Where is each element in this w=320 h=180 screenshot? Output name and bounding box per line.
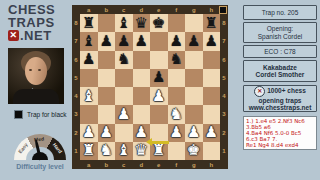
square-d8[interactable]: ♛ [133,14,151,32]
square-a8[interactable]: ♜ [80,14,98,32]
file-label-c: c [115,160,133,169]
rank-label-3: 3 [220,105,228,123]
square-c4[interactable] [115,87,133,105]
square-h3[interactable] [203,105,221,123]
file-labels-top: abcdefgh [80,5,220,14]
square-e1[interactable]: ♜ [150,142,168,160]
square-a6[interactable]: ♟ [80,51,98,69]
rank-label-7: 7 [220,32,228,50]
rank-label-5: 5 [72,69,80,87]
rank-label-3: 3 [72,105,80,123]
photo-eye [29,69,32,71]
square-h8[interactable]: ♜ [203,14,221,32]
white-piece-P: ♟ [117,107,130,122]
black-piece-Q: ♛ [135,16,148,31]
move-line: Re1 Ng4 8.d4 exd4 9.cxd4 Nxd4 [246,142,314,150]
promo-line-1: 1000+ chess [267,87,306,95]
white-piece-P: ♟ [170,125,183,140]
file-label-a: a [80,5,98,14]
square-g4[interactable] [185,87,203,105]
square-d6[interactable] [133,51,151,69]
trap-name-line-2: Cordel Smother [244,71,316,79]
square-g8[interactable] [185,14,203,32]
file-label-f: f [168,5,186,14]
rank-label-1: 1 [72,142,80,160]
black-piece-P: ♟ [117,34,130,49]
opening-name: Spanish Cordel [244,33,316,41]
file-label-b: b [98,160,116,169]
x-box-icon: ✕ [8,30,19,41]
black-piece-R: ♜ [205,16,218,31]
square-b8[interactable] [98,14,116,32]
file-label-a: a [80,160,98,169]
white-piece-P: ♟ [205,125,218,140]
white-piece-P: ♟ [82,125,95,140]
square-d7[interactable]: ♟ [133,32,151,50]
trap-number-box: Trap no. 205 [243,5,317,20]
trap-name-line-1: Kakabadze [244,64,316,72]
presenter-photo [8,48,64,104]
file-label-f: f [168,160,186,169]
opening-box: Opening: Spanish Cordel [243,22,317,43]
white-piece-P: ♟ [100,125,113,140]
file-label-e: e [150,5,168,14]
difficulty-gauge: Easy Med Hard [14,134,66,160]
rank-label-8: 8 [72,14,80,32]
file-label-h: h [203,5,221,14]
square-h2[interactable]: ♟ [203,124,221,142]
black-piece-B: ♝ [117,16,130,31]
square-f6[interactable]: ♞ [168,51,186,69]
square-e4[interactable]: ♟ [150,87,168,105]
file-labels-bottom: abcdefgh [80,160,220,169]
square-h6[interactable] [203,51,221,69]
black-square-icon [14,110,23,119]
rank-label-1: 1 [220,142,228,160]
file-label-c: c [115,5,133,14]
rank-labels-left: 87654321 [72,14,80,160]
file-label-e: e [150,160,168,169]
chesstraps-badge-icon: ✕ [254,86,265,97]
rank-label-5: 5 [220,69,228,87]
last-move-arrow [152,141,169,144]
square-d3[interactable] [133,105,151,123]
file-label-d: d [133,160,151,169]
square-g3[interactable] [185,105,203,123]
logo-line-3: ✕ .NET [8,29,55,42]
photo-jacket [13,89,59,104]
square-d4[interactable] [133,87,151,105]
square-a4[interactable]: ♝ [80,87,98,105]
black-piece-P: ♟ [100,34,113,49]
site-logo: CHESS TRAPS ✕ .NET [8,3,55,42]
square-c1[interactable]: ♝ [115,142,133,160]
square-g1[interactable]: ♚ [185,142,203,160]
white-piece-B: ♝ [117,143,130,158]
square-b7[interactable]: ♟ [98,32,116,50]
eco-label: ECO : C78 [244,48,316,56]
black-piece-P: ♟ [152,70,165,85]
square-g5[interactable] [185,69,203,87]
file-label-b: b [98,5,116,14]
difficulty-label: Difficulty level [6,163,74,170]
black-piece-P: ♟ [135,34,148,49]
file-label-d: d [133,5,151,14]
square-f8[interactable] [168,14,186,32]
square-e8[interactable]: ♚ [150,14,168,32]
rank-label-4: 4 [220,87,228,105]
file-label-g: g [185,160,203,169]
square-c7[interactable]: ♟ [115,32,133,50]
square-h7[interactable]: ♟ [203,32,221,50]
white-piece-R: ♜ [82,143,95,158]
black-piece-B: ♝ [82,34,95,49]
eco-box: ECO : C78 [243,45,317,58]
square-h1[interactable] [203,142,221,160]
trap-name-box: Kakabadze Cordel Smother [243,60,317,82]
square-e6[interactable] [150,51,168,69]
square-g7[interactable]: ♟ [185,32,203,50]
square-b3[interactable] [98,105,116,123]
opening-label: Opening: [244,25,316,33]
square-b4[interactable] [98,87,116,105]
rank-label-8: 8 [220,14,228,32]
square-c6[interactable]: ♞ [115,51,133,69]
square-a7[interactable]: ♝ [80,32,98,50]
square-f2[interactable]: ♟ [168,124,186,142]
square-f3[interactable]: ♞ [168,105,186,123]
rank-labels-right: 87654321 [220,14,228,160]
side-to-move-indicator [219,6,227,14]
square-g6[interactable] [185,51,203,69]
square-f7[interactable]: ♟ [168,32,186,50]
file-label-g: g [185,5,203,14]
white-piece-N: ♞ [100,143,113,158]
square-c2[interactable] [115,124,133,142]
square-c8[interactable]: ♝ [115,14,133,32]
black-piece-P: ♟ [205,34,218,49]
square-a5[interactable] [80,69,98,87]
file-label-h: h [203,160,221,169]
move-line: 1.) 1.e4 e5 2.Nf3 Nc6 3.Bb5 a6 [246,118,314,130]
move-line: 4.Ba4 Nf6 5.0-0 Bc5 6.c3 Ba7 7. [246,130,314,142]
rank-label-2: 2 [72,124,80,142]
black-piece-N: ♞ [117,52,130,67]
square-a2[interactable]: ♟ [80,124,98,142]
square-f4[interactable] [168,87,186,105]
black-piece-R: ♜ [82,16,95,31]
white-piece-B: ♝ [82,89,95,104]
rank-label-6: 6 [72,51,80,69]
photo-eye [38,69,41,71]
logo-net-label: .NET [20,29,52,42]
trap-side-label: Trap for black [27,111,67,118]
square-a1[interactable]: ♜ [80,142,98,160]
white-piece-K: ♚ [187,143,200,158]
square-b6[interactable] [98,51,116,69]
promo-box: ✕ 1000+ chess opening traps www.chesstra… [243,85,317,112]
move-list-box: 1.) 1.e4 e5 2.Nf3 Nc6 3.Bb5 a6 4.Ba4 Nf6… [243,116,317,150]
square-e3[interactable] [150,105,168,123]
square-c3[interactable]: ♟ [115,105,133,123]
square-d5[interactable] [133,69,151,87]
square-h5[interactable] [203,69,221,87]
rank-label-7: 7 [72,32,80,50]
square-e7[interactable] [150,32,168,50]
photo-face [25,57,47,85]
square-f5[interactable] [168,69,186,87]
square-g2[interactable]: ♟ [185,124,203,142]
square-f1[interactable] [168,142,186,160]
square-a3[interactable] [80,105,98,123]
black-piece-P: ♟ [82,52,95,67]
trap-side-indicator: Trap for black [14,110,67,119]
square-b1[interactable]: ♞ [98,142,116,160]
white-piece-P: ♟ [187,125,200,140]
square-c5[interactable] [115,69,133,87]
black-piece-K: ♚ [152,16,165,31]
video-frame: CHESS TRAPS ✕ .NET Trap for black Easy M… [0,0,320,180]
rank-label-4: 4 [72,87,80,105]
white-piece-R: ♜ [152,143,165,158]
black-piece-P: ♟ [187,34,200,49]
white-piece-N: ♞ [170,107,183,122]
trap-number-label: Trap no. 205 [244,9,316,17]
square-e5[interactable]: ♟ [150,69,168,87]
promo-line-2: opening traps [244,97,316,105]
square-h4[interactable] [203,87,221,105]
rank-label-6: 6 [220,51,228,69]
black-piece-N: ♞ [170,52,183,67]
square-b2[interactable]: ♟ [98,124,116,142]
chess-board: abcdefgh abcdefgh 87654321 87654321 ♜♝♛♚… [72,5,228,169]
square-b5[interactable] [98,69,116,87]
white-piece-P: ♟ [152,89,165,104]
square-e2[interactable] [150,124,168,142]
black-piece-P: ♟ [170,34,183,49]
website-link[interactable]: www.chesstraps.net [244,104,316,112]
rank-label-2: 2 [220,124,228,142]
